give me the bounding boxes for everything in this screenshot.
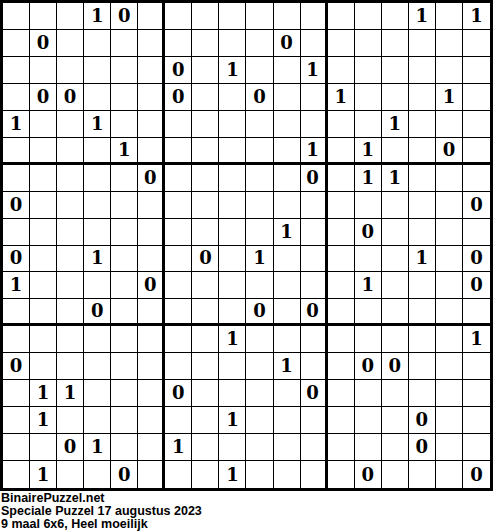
cell-r18c14: 0: [355, 461, 382, 488]
cell-r3c7: 0: [165, 57, 192, 84]
cell-r9c3[interactable]: [57, 219, 84, 246]
cell-r9c14: 0: [355, 219, 382, 246]
cell-r16c17[interactable]: [436, 407, 463, 434]
cell-r5c11[interactable]: [274, 111, 301, 138]
cell-r12c9[interactable]: [219, 299, 246, 326]
cell-r13c17[interactable]: [436, 326, 463, 353]
cell-r7c15: 1: [382, 165, 409, 192]
cell-r9c17[interactable]: [436, 219, 463, 246]
cell-r12c6[interactable]: [138, 299, 165, 326]
cell-r15c18[interactable]: [463, 380, 490, 407]
cell-r10c3[interactable]: [57, 246, 84, 273]
cell-r6c10[interactable]: [246, 138, 273, 165]
cell-r4c4[interactable]: [84, 84, 111, 111]
cell-r5c14[interactable]: [355, 111, 382, 138]
cell-r16c18[interactable]: [463, 407, 490, 434]
cell-r10c4: 1: [84, 246, 111, 273]
cell-r5c15: 1: [382, 111, 409, 138]
cell-r7c10[interactable]: [246, 165, 273, 192]
cell-r5c18[interactable]: [463, 111, 490, 138]
cell-r1c8[interactable]: [192, 3, 219, 30]
cell-r13c11[interactable]: [274, 326, 301, 353]
cell-r4c18[interactable]: [463, 84, 490, 111]
cell-r10c8: 0: [192, 246, 219, 273]
cell-r11c11[interactable]: [274, 272, 301, 299]
cell-r5c9[interactable]: [219, 111, 246, 138]
cell-r1c14[interactable]: [355, 3, 382, 30]
cell-r2c15[interactable]: [382, 30, 409, 57]
cell-r8c7[interactable]: [165, 192, 192, 219]
cell-r17c10[interactable]: [246, 434, 273, 461]
cell-r9c13[interactable]: [328, 219, 355, 246]
cell-r10c14[interactable]: [355, 246, 382, 273]
cell-r8c8[interactable]: [192, 192, 219, 219]
cell-r9c5[interactable]: [111, 219, 138, 246]
cell-r3c14[interactable]: [355, 57, 382, 84]
cell-r2c8[interactable]: [192, 30, 219, 57]
cell-r5c13[interactable]: [328, 111, 355, 138]
cell-r9c4[interactable]: [84, 219, 111, 246]
cell-r5c3[interactable]: [57, 111, 84, 138]
cell-r1c17[interactable]: [436, 3, 463, 30]
cell-r11c4[interactable]: [84, 272, 111, 299]
cell-r12c4: 0: [84, 299, 111, 326]
cell-r5c6[interactable]: [138, 111, 165, 138]
cell-r1c4: 1: [84, 3, 111, 30]
cell-r8c9[interactable]: [219, 192, 246, 219]
cell-r10c11[interactable]: [274, 246, 301, 273]
cell-r3c18[interactable]: [463, 57, 490, 84]
cell-r10c6[interactable]: [138, 246, 165, 273]
cell-r7c16[interactable]: [409, 165, 436, 192]
cell-r17c18[interactable]: [463, 434, 490, 461]
cell-r14c5[interactable]: [111, 353, 138, 380]
cell-r9c16[interactable]: [409, 219, 436, 246]
cell-r6c8[interactable]: [192, 138, 219, 165]
cell-r4c11[interactable]: [274, 84, 301, 111]
cell-r12c17[interactable]: [436, 299, 463, 326]
cell-r10c17[interactable]: [436, 246, 463, 273]
cell-r11c16[interactable]: [409, 272, 436, 299]
footer-title: Speciale Puzzel 17 augustus 2023: [1, 505, 491, 518]
cell-r5c16[interactable]: [409, 111, 436, 138]
cell-r3c6[interactable]: [138, 57, 165, 84]
cell-r12c8[interactable]: [192, 299, 219, 326]
cell-r15c14[interactable]: [355, 380, 382, 407]
cell-r14c10[interactable]: [246, 353, 273, 380]
cell-r13c6[interactable]: [138, 326, 165, 353]
cell-r17c1[interactable]: [3, 434, 30, 461]
cell-r16c3[interactable]: [57, 407, 84, 434]
cell-r7c13[interactable]: [328, 165, 355, 192]
cell-r1c3[interactable]: [57, 3, 84, 30]
cell-r17c17[interactable]: [436, 434, 463, 461]
cell-r15c16[interactable]: [409, 380, 436, 407]
cell-r13c4[interactable]: [84, 326, 111, 353]
cell-r9c11: 1: [274, 219, 301, 246]
cell-r2c6[interactable]: [138, 30, 165, 57]
cell-r17c2[interactable]: [30, 434, 57, 461]
cell-r9c12[interactable]: [301, 219, 328, 246]
cell-r14c14: 0: [355, 353, 382, 380]
cell-r9c2[interactable]: [30, 219, 57, 246]
cell-r1c2[interactable]: [30, 3, 57, 30]
cell-r8c6[interactable]: [138, 192, 165, 219]
cell-r8c13[interactable]: [328, 192, 355, 219]
cell-r12c16[interactable]: [409, 299, 436, 326]
cell-r3c9: 1: [219, 57, 246, 84]
cell-r10c18: 0: [463, 246, 490, 273]
cell-r3c13[interactable]: [328, 57, 355, 84]
cell-r2c7[interactable]: [165, 30, 192, 57]
cell-r16c9: 1: [219, 407, 246, 434]
cell-r17c16: 0: [409, 434, 436, 461]
cell-r5c7[interactable]: [165, 111, 192, 138]
cell-r6c6[interactable]: [138, 138, 165, 165]
cell-r8c5[interactable]: [111, 192, 138, 219]
cell-r15c4[interactable]: [84, 380, 111, 407]
cell-r12c3[interactable]: [57, 299, 84, 326]
cell-r10c15[interactable]: [382, 246, 409, 273]
cell-r11c17[interactable]: [436, 272, 463, 299]
cell-r5c2[interactable]: [30, 111, 57, 138]
cell-r2c3[interactable]: [57, 30, 84, 57]
cell-r12c14[interactable]: [355, 299, 382, 326]
cell-r8c10[interactable]: [246, 192, 273, 219]
cell-r5c8[interactable]: [192, 111, 219, 138]
cell-r14c11: 1: [274, 353, 301, 380]
cell-r14c7[interactable]: [165, 353, 192, 380]
cell-r8c3[interactable]: [57, 192, 84, 219]
cell-r2c13[interactable]: [328, 30, 355, 57]
cell-r16c1[interactable]: [3, 407, 30, 434]
cell-r1c1[interactable]: [3, 3, 30, 30]
cell-r13c8[interactable]: [192, 326, 219, 353]
cell-r6c18[interactable]: [463, 138, 490, 165]
cell-r17c4: 1: [84, 434, 111, 461]
cell-r14c1: 0: [3, 353, 30, 380]
cell-r11c7[interactable]: [165, 272, 192, 299]
cell-r4c8[interactable]: [192, 84, 219, 111]
cell-r16c13[interactable]: [328, 407, 355, 434]
cell-r15c8[interactable]: [192, 380, 219, 407]
cell-r15c9[interactable]: [219, 380, 246, 407]
cell-r12c15[interactable]: [382, 299, 409, 326]
cell-r6c7[interactable]: [165, 138, 192, 165]
cell-r8c11[interactable]: [274, 192, 301, 219]
cell-r14c13[interactable]: [328, 353, 355, 380]
cell-r11c9[interactable]: [219, 272, 246, 299]
cell-r18c11[interactable]: [274, 461, 301, 488]
cell-r18c1[interactable]: [3, 461, 30, 488]
cell-r8c17[interactable]: [436, 192, 463, 219]
cell-r8c16[interactable]: [409, 192, 436, 219]
cell-r4c16[interactable]: [409, 84, 436, 111]
cell-r14c15: 0: [382, 353, 409, 380]
cell-r1c10[interactable]: [246, 3, 273, 30]
cell-r7c1[interactable]: [3, 165, 30, 192]
cell-r16c7[interactable]: [165, 407, 192, 434]
cell-r7c5[interactable]: [111, 165, 138, 192]
cell-r2c4[interactable]: [84, 30, 111, 57]
cell-r13c1[interactable]: [3, 326, 30, 353]
cell-r12c11[interactable]: [274, 299, 301, 326]
cell-r1c6[interactable]: [138, 3, 165, 30]
cell-r8c15[interactable]: [382, 192, 409, 219]
cell-r17c5[interactable]: [111, 434, 138, 461]
cell-r14c8[interactable]: [192, 353, 219, 380]
cell-r1c12[interactable]: [301, 3, 328, 30]
cell-r18c12[interactable]: [301, 461, 328, 488]
cell-r4c5[interactable]: [111, 84, 138, 111]
cell-r18c4[interactable]: [84, 461, 111, 488]
cell-r15c10[interactable]: [246, 380, 273, 407]
cell-r15c5[interactable]: [111, 380, 138, 407]
cell-r12c12: 0: [301, 299, 328, 326]
cell-r5c4: 1: [84, 111, 111, 138]
cell-r10c10: 1: [246, 246, 273, 273]
cell-r4c15[interactable]: [382, 84, 409, 111]
cell-r10c7[interactable]: [165, 246, 192, 273]
cell-r2c10[interactable]: [246, 30, 273, 57]
cell-r6c3[interactable]: [57, 138, 84, 165]
cell-r6c1[interactable]: [3, 138, 30, 165]
cell-r1c15[interactable]: [382, 3, 409, 30]
cell-r2c9[interactable]: [219, 30, 246, 57]
cell-r13c5[interactable]: [111, 326, 138, 353]
cell-r13c15[interactable]: [382, 326, 409, 353]
cell-r8c12[interactable]: [301, 192, 328, 219]
cell-r1c9[interactable]: [219, 3, 246, 30]
cell-r2c18[interactable]: [463, 30, 490, 57]
cell-r4c1[interactable]: [3, 84, 30, 111]
cell-r18c10[interactable]: [246, 461, 273, 488]
cell-r16c15[interactable]: [382, 407, 409, 434]
cell-r16c2: 1: [30, 407, 57, 434]
cell-r18c9: 1: [219, 461, 246, 488]
cell-r9c15[interactable]: [382, 219, 409, 246]
cell-r13c10[interactable]: [246, 326, 273, 353]
cell-r14c2[interactable]: [30, 353, 57, 380]
cell-r18c6[interactable]: [138, 461, 165, 488]
cell-r11c10[interactable]: [246, 272, 273, 299]
cell-r7c3[interactable]: [57, 165, 84, 192]
cell-r3c16[interactable]: [409, 57, 436, 84]
cell-r4c2: 0: [30, 84, 57, 111]
cell-r16c14[interactable]: [355, 407, 382, 434]
cell-r5c12[interactable]: [301, 111, 328, 138]
cell-r14c18[interactable]: [463, 353, 490, 380]
cell-r4c14[interactable]: [355, 84, 382, 111]
cell-r15c13[interactable]: [328, 380, 355, 407]
cell-r2c16[interactable]: [409, 30, 436, 57]
cell-r4c12[interactable]: [301, 84, 328, 111]
cell-r14c12[interactable]: [301, 353, 328, 380]
cell-r3c5[interactable]: [111, 57, 138, 84]
cell-r17c12[interactable]: [301, 434, 328, 461]
cell-r14c4[interactable]: [84, 353, 111, 380]
cell-r5c10[interactable]: [246, 111, 273, 138]
cell-r9c6[interactable]: [138, 219, 165, 246]
cell-r6c14: 1: [355, 138, 382, 165]
cell-r12c13[interactable]: [328, 299, 355, 326]
cell-r14c9[interactable]: [219, 353, 246, 380]
cell-r12c7[interactable]: [165, 299, 192, 326]
cell-r16c10[interactable]: [246, 407, 273, 434]
cell-r13c14[interactable]: [355, 326, 382, 353]
cell-r10c9[interactable]: [219, 246, 246, 273]
cell-r12c10: 0: [246, 299, 273, 326]
puzzle-board: 1011000110000111111110001100100101101010…: [0, 0, 493, 491]
cell-r3c8[interactable]: [192, 57, 219, 84]
cell-r7c4[interactable]: [84, 165, 111, 192]
cell-r14c16[interactable]: [409, 353, 436, 380]
cell-r6c12: 1: [301, 138, 328, 165]
cell-r5c17[interactable]: [436, 111, 463, 138]
cell-r13c3[interactable]: [57, 326, 84, 353]
cell-r2c14[interactable]: [355, 30, 382, 57]
cell-r10c12[interactable]: [301, 246, 328, 273]
cell-r16c16: 0: [409, 407, 436, 434]
cell-r8c4[interactable]: [84, 192, 111, 219]
cell-r4c7: 0: [165, 84, 192, 111]
cell-r6c9[interactable]: [219, 138, 246, 165]
cell-r4c3: 0: [57, 84, 84, 111]
cell-r3c3[interactable]: [57, 57, 84, 84]
cell-r3c2[interactable]: [30, 57, 57, 84]
cell-r16c12[interactable]: [301, 407, 328, 434]
cell-r12c18[interactable]: [463, 299, 490, 326]
cell-r10c5[interactable]: [111, 246, 138, 273]
cell-r13c13[interactable]: [328, 326, 355, 353]
cell-r1c13[interactable]: [328, 3, 355, 30]
cell-r6c5: 1: [111, 138, 138, 165]
cell-r6c2[interactable]: [30, 138, 57, 165]
cell-r15c1[interactable]: [3, 380, 30, 407]
cell-r13c2[interactable]: [30, 326, 57, 353]
cell-r12c5[interactable]: [111, 299, 138, 326]
cell-r14c17[interactable]: [436, 353, 463, 380]
cell-r18c13[interactable]: [328, 461, 355, 488]
cell-r15c11[interactable]: [274, 380, 301, 407]
cell-r17c8[interactable]: [192, 434, 219, 461]
cell-r12c1[interactable]: [3, 299, 30, 326]
cell-r2c5[interactable]: [111, 30, 138, 57]
cell-r17c15[interactable]: [382, 434, 409, 461]
cell-r13c7[interactable]: [165, 326, 192, 353]
cell-r17c6[interactable]: [138, 434, 165, 461]
cell-r14c6[interactable]: [138, 353, 165, 380]
cell-r11c15[interactable]: [382, 272, 409, 299]
cell-r16c4[interactable]: [84, 407, 111, 434]
cell-r12c2[interactable]: [30, 299, 57, 326]
cell-r7c11[interactable]: [274, 165, 301, 192]
cell-r11c2[interactable]: [30, 272, 57, 299]
cell-r7c9[interactable]: [219, 165, 246, 192]
cell-r9c1[interactable]: [3, 219, 30, 246]
cell-r18c3[interactable]: [57, 461, 84, 488]
cell-r18c15[interactable]: [382, 461, 409, 488]
cell-r2c17[interactable]: [436, 30, 463, 57]
cell-r7c18[interactable]: [463, 165, 490, 192]
cell-r15c7: 0: [165, 380, 192, 407]
cell-r9c8[interactable]: [192, 219, 219, 246]
cell-r3c15[interactable]: [382, 57, 409, 84]
cell-r3c1[interactable]: [3, 57, 30, 84]
cell-r18c5: 0: [111, 461, 138, 488]
cell-r15c17[interactable]: [436, 380, 463, 407]
cell-r6c15[interactable]: [382, 138, 409, 165]
cell-r11c5[interactable]: [111, 272, 138, 299]
cell-r7c7[interactable]: [165, 165, 192, 192]
cell-r10c2[interactable]: [30, 246, 57, 273]
cell-r16c5[interactable]: [111, 407, 138, 434]
cell-r9c9[interactable]: [219, 219, 246, 246]
cell-r2c1[interactable]: [3, 30, 30, 57]
cell-r4c6[interactable]: [138, 84, 165, 111]
cell-r14c3[interactable]: [57, 353, 84, 380]
cell-r2c12[interactable]: [301, 30, 328, 57]
cell-r6c11[interactable]: [274, 138, 301, 165]
cell-r18c17[interactable]: [436, 461, 463, 488]
cell-r18c8[interactable]: [192, 461, 219, 488]
cell-r18c7[interactable]: [165, 461, 192, 488]
cell-r9c18[interactable]: [463, 219, 490, 246]
cell-r3c4[interactable]: [84, 57, 111, 84]
cell-r1c7[interactable]: [165, 3, 192, 30]
cell-r11c8[interactable]: [192, 272, 219, 299]
cell-r1c11[interactable]: [274, 3, 301, 30]
cell-r6c4[interactable]: [84, 138, 111, 165]
footer-site: BinairePuzzel.net: [1, 492, 491, 505]
cell-r8c2[interactable]: [30, 192, 57, 219]
cell-r13c16[interactable]: [409, 326, 436, 353]
cell-r17c9[interactable]: [219, 434, 246, 461]
cell-r13c12[interactable]: [301, 326, 328, 353]
cell-r3c17[interactable]: [436, 57, 463, 84]
cell-r5c5[interactable]: [111, 111, 138, 138]
cell-r17c11[interactable]: [274, 434, 301, 461]
cell-r17c13[interactable]: [328, 434, 355, 461]
cell-r17c14[interactable]: [355, 434, 382, 461]
cell-r15c15[interactable]: [382, 380, 409, 407]
cell-r16c11[interactable]: [274, 407, 301, 434]
cell-r16c6[interactable]: [138, 407, 165, 434]
cell-r18c16[interactable]: [409, 461, 436, 488]
cell-r3c11[interactable]: [274, 57, 301, 84]
cell-r11c3[interactable]: [57, 272, 84, 299]
cell-r6c16[interactable]: [409, 138, 436, 165]
cell-r11c12[interactable]: [301, 272, 328, 299]
cell-r3c10[interactable]: [246, 57, 273, 84]
cell-r9c7[interactable]: [165, 219, 192, 246]
cell-r15c6[interactable]: [138, 380, 165, 407]
cell-r11c13[interactable]: [328, 272, 355, 299]
cell-r4c17: 1: [436, 84, 463, 111]
cell-r6c13[interactable]: [328, 138, 355, 165]
cell-r8c14[interactable]: [355, 192, 382, 219]
footer-subtitle: 9 maal 6x6, Heel moeilijk: [1, 518, 491, 531]
cell-r16c8[interactable]: [192, 407, 219, 434]
cell-r7c8[interactable]: [192, 165, 219, 192]
cell-r9c10[interactable]: [246, 219, 273, 246]
cell-r10c13[interactable]: [328, 246, 355, 273]
cell-r4c9[interactable]: [219, 84, 246, 111]
cell-r7c2[interactable]: [30, 165, 57, 192]
cell-r7c17[interactable]: [436, 165, 463, 192]
cell-r13c9: 1: [219, 326, 246, 353]
cell-r17c3: 0: [57, 434, 84, 461]
